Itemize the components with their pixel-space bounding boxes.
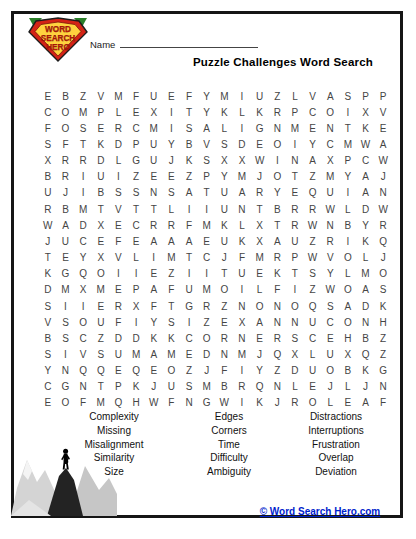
grid-cell: U	[92, 169, 110, 185]
grid-cell: L	[233, 104, 251, 120]
grid-cell: S	[286, 330, 304, 346]
grid-cell: I	[233, 282, 251, 298]
grid-cell: E	[92, 120, 110, 136]
grid-cell: Q	[357, 346, 375, 362]
grid-cell: I	[74, 185, 92, 201]
grid-cell: Q	[251, 379, 269, 395]
grid-cell: P	[374, 88, 392, 104]
grid-cell: A	[268, 233, 286, 249]
grid-cell: S	[39, 298, 57, 314]
grid-cell: N	[357, 314, 375, 330]
grid-cell: Z	[198, 314, 216, 330]
grid-cell: R	[57, 153, 75, 169]
grid-cell: C	[39, 379, 57, 395]
footer: © Word Search Hero.com	[250, 501, 390, 519]
grid-cell: K	[251, 395, 269, 411]
grid-cell: T	[92, 379, 110, 395]
grid-cell: X	[321, 153, 339, 169]
grid-cell: V	[304, 88, 322, 104]
grid-cell: Y	[145, 314, 163, 330]
grid-cell: J	[215, 249, 233, 265]
grid-cell: E	[286, 185, 304, 201]
grid-cell: P	[339, 153, 357, 169]
word-list-item: Difficulty	[180, 451, 278, 465]
grid-cell: T	[145, 201, 163, 217]
grid-cell: H	[127, 395, 145, 411]
grid-cell: S	[163, 314, 181, 330]
grid-cell: N	[321, 217, 339, 233]
grid-cell: M	[321, 169, 339, 185]
grid-cell: F	[374, 395, 392, 411]
grid-cell: E	[39, 88, 57, 104]
grid-cell: S	[215, 136, 233, 152]
grid-cell: X	[233, 153, 251, 169]
grid-cell: Z	[127, 169, 145, 185]
grid-cell: A	[163, 233, 181, 249]
word-list-item: Edges	[180, 410, 278, 424]
grid-cell: J	[163, 153, 181, 169]
grid-cell: N	[374, 185, 392, 201]
grid-cell: I	[339, 233, 357, 249]
grid-cell: Y	[74, 249, 92, 265]
grid-cell: F	[268, 282, 286, 298]
grid-cell: M	[92, 282, 110, 298]
grid-cell: C	[74, 330, 92, 346]
grid-cell: R	[215, 330, 233, 346]
grid-cell: Y	[198, 104, 216, 120]
grid-cell: S	[180, 379, 198, 395]
grid-cell: O	[286, 298, 304, 314]
grid-cell: F	[180, 88, 198, 104]
grid-cell: A	[357, 282, 375, 298]
grid-cell: R	[74, 153, 92, 169]
grid-cell: E	[215, 314, 233, 330]
grid-cell: U	[92, 314, 110, 330]
grid-cell: M	[92, 395, 110, 411]
grid-cell: L	[339, 379, 357, 395]
grid-cell: K	[215, 104, 233, 120]
grid-cell: Q	[304, 298, 322, 314]
grid-cell: L	[163, 201, 181, 217]
grid-cell: L	[286, 88, 304, 104]
grid-cell: T	[251, 201, 269, 217]
grid-cell: I	[198, 201, 216, 217]
logo-text-hero: HERO	[46, 43, 70, 52]
grid-cell: K	[268, 266, 286, 282]
grid-cell: G	[374, 363, 392, 379]
grid-cell: D	[39, 282, 57, 298]
grid-cell: K	[180, 153, 198, 169]
grid-cell: Y	[163, 136, 181, 152]
grid-cell: S	[180, 120, 198, 136]
grid-cell: A	[357, 395, 375, 411]
grid-cell: W	[374, 201, 392, 217]
grid-cell: O	[215, 282, 233, 298]
grid-cell: M	[198, 282, 216, 298]
grid-cell: X	[39, 153, 57, 169]
grid-cell: B	[57, 88, 75, 104]
grid-cell: K	[357, 233, 375, 249]
grid-cell: T	[127, 201, 145, 217]
grid-cell: M	[198, 379, 216, 395]
grid-cell: I	[163, 120, 181, 136]
grid-cell: Y	[39, 363, 57, 379]
grid-cell: L	[304, 346, 322, 362]
grid-cell: X	[127, 298, 145, 314]
grid-cell: F	[110, 233, 128, 249]
grid-cell: L	[110, 153, 128, 169]
grid-cell: C	[321, 136, 339, 152]
grid-cell: N	[180, 395, 198, 411]
grid-cell: E	[127, 233, 145, 249]
grid-cell: Q	[92, 363, 110, 379]
grid-cell: R	[233, 379, 251, 395]
grid-cell: L	[339, 266, 357, 282]
grid-cell: D	[127, 330, 145, 346]
grid-cell: D	[110, 136, 128, 152]
grid-cell: Q	[374, 233, 392, 249]
grid-cell: J	[374, 169, 392, 185]
grid-cell: E	[110, 217, 128, 233]
grid-cell: E	[163, 169, 181, 185]
grid-cell: M	[163, 346, 181, 362]
grid-cell: M	[251, 249, 269, 265]
grid-cell: F	[110, 314, 128, 330]
grid-cell: C	[127, 120, 145, 136]
grid-cell: K	[357, 120, 375, 136]
grid-cell: Y	[339, 169, 357, 185]
grid-cell: I	[180, 314, 198, 330]
grid-cell: C	[198, 249, 216, 265]
grid-cell: T	[39, 249, 57, 265]
grid-cell: U	[215, 201, 233, 217]
grid-cell: M	[233, 346, 251, 362]
grid-cell: Z	[304, 169, 322, 185]
grid-cell: O	[339, 314, 357, 330]
grid-cell: X	[215, 153, 233, 169]
grid-cell: V	[39, 314, 57, 330]
grid-cell: I	[127, 266, 145, 282]
grid-cell: T	[215, 266, 233, 282]
grid-cell: I	[233, 88, 251, 104]
grid-cell: G	[57, 266, 75, 282]
grid-cell: L	[286, 379, 304, 395]
grid-cell: V	[110, 249, 128, 265]
grid-cell: U	[304, 314, 322, 330]
grid-cell: U	[321, 185, 339, 201]
grid-cell: J	[251, 346, 269, 362]
grid-cell: A	[321, 88, 339, 104]
grid-cell: T	[163, 298, 181, 314]
grid-cell: I	[180, 266, 198, 282]
grid-cell: A	[145, 233, 163, 249]
grid-cell: Z	[180, 363, 198, 379]
word-list-item: Ambiguity	[180, 465, 278, 479]
grid-cell: H	[374, 314, 392, 330]
grid-cell: M	[357, 266, 375, 282]
grid-cell: R	[286, 395, 304, 411]
grid-cell: G	[180, 298, 198, 314]
grid-cell: F	[215, 363, 233, 379]
grid-cell: A	[357, 185, 375, 201]
grid-cell: Z	[215, 298, 233, 314]
grid-cell: B	[92, 185, 110, 201]
grid-cell: F	[233, 249, 251, 265]
grid-cell: R	[304, 201, 322, 217]
grid-cell: Z	[374, 330, 392, 346]
mountain-climber-image	[11, 438, 117, 518]
grid-cell: Z	[74, 88, 92, 104]
grid-cell: R	[39, 201, 57, 217]
grid-cell: O	[92, 266, 110, 282]
grid-cell: S	[92, 346, 110, 362]
grid-cell: W	[215, 395, 233, 411]
grid-cell: A	[145, 346, 163, 362]
grid-cell: E	[321, 330, 339, 346]
grid-cell: A	[180, 185, 198, 201]
grid-cell: V	[92, 88, 110, 104]
grid-cell: D	[198, 346, 216, 362]
grid-cell: E	[92, 233, 110, 249]
grid-cell: I	[163, 104, 181, 120]
grid-cell: W	[321, 282, 339, 298]
word-list-column-3: DistractionsInterruptionsFrustrationOver…	[278, 410, 394, 479]
grid-cell: B	[39, 169, 57, 185]
grid-cell: Y	[215, 169, 233, 185]
grid-cell: E	[374, 120, 392, 136]
grid-cell: Q	[110, 395, 128, 411]
grid-cell: E	[145, 266, 163, 282]
grid-cell: I	[198, 266, 216, 282]
grid-cell: B	[180, 136, 198, 152]
grid-cell: N	[215, 346, 233, 362]
grid-cell: K	[163, 330, 181, 346]
grid-cell: T	[74, 136, 92, 152]
grid-cell: N	[74, 379, 92, 395]
grid-cell: O	[374, 266, 392, 282]
grid-cell: T	[92, 201, 110, 217]
word-search-hero-logo: WORD SEARCH HERO	[27, 16, 89, 62]
grid-cell: V	[198, 136, 216, 152]
grid-cell: U	[251, 88, 269, 104]
grid-cell: W	[304, 249, 322, 265]
grid-cell: P	[286, 249, 304, 265]
grid-cell: S	[74, 120, 92, 136]
grid-cell: N	[268, 379, 286, 395]
grid-cell: E	[57, 249, 75, 265]
grid-cell: Q	[74, 266, 92, 282]
grid-cell: T	[339, 120, 357, 136]
grid-cell: I	[268, 153, 286, 169]
grid-cell: K	[145, 330, 163, 346]
grid-cell: I	[339, 104, 357, 120]
grid-cell: O	[339, 282, 357, 298]
grid-cell: C	[39, 104, 57, 120]
grid-cell: P	[198, 169, 216, 185]
grid-cell: I	[233, 120, 251, 136]
grid-cell: R	[374, 217, 392, 233]
grid-cell: O	[268, 169, 286, 185]
grid-cell: N	[286, 314, 304, 330]
grid-cell: G	[198, 395, 216, 411]
grid-cell: I	[233, 395, 251, 411]
grid-cell: L	[321, 395, 339, 411]
grid-cell: I	[339, 185, 357, 201]
grid-cell: S	[374, 282, 392, 298]
grid-cell: N	[145, 185, 163, 201]
grid-cell: Z	[180, 169, 198, 185]
grid-cell: L	[233, 217, 251, 233]
grid-cell: M	[127, 346, 145, 362]
grid-cell: I	[127, 314, 145, 330]
word-search-hero-link[interactable]: © Word Search Hero.com	[260, 506, 381, 517]
grid-cell: V	[321, 249, 339, 265]
grid-cell: B	[339, 217, 357, 233]
grid-cell: Z	[268, 88, 286, 104]
grid-cell: R	[286, 201, 304, 217]
grid-cell: W	[321, 201, 339, 217]
grid-cell: Z	[374, 346, 392, 362]
grid-cell: N	[233, 201, 251, 217]
grid-cell: I	[145, 249, 163, 265]
grid-cell: M	[74, 104, 92, 120]
grid-cell: H	[339, 330, 357, 346]
grid-cell: W	[304, 217, 322, 233]
grid-cell: Y	[304, 136, 322, 152]
grid-cell: S	[321, 298, 339, 314]
grid-cell: Y	[268, 185, 286, 201]
grid-cell: A	[198, 120, 216, 136]
grid-cell: M	[145, 120, 163, 136]
grid-cell: U	[57, 233, 75, 249]
grid-cell: N	[233, 330, 251, 346]
grid-cell: T	[286, 169, 304, 185]
grid-cell: C	[357, 153, 375, 169]
grid-cell: T	[286, 266, 304, 282]
grid-cell: D	[74, 217, 92, 233]
word-list-item: Distractions	[278, 410, 394, 424]
word-list-item: Deviation	[278, 465, 394, 479]
grid-cell: J	[268, 395, 286, 411]
grid-cell: Z	[304, 282, 322, 298]
grid-cell: Y	[321, 266, 339, 282]
grid-cell: A	[251, 314, 269, 330]
grid-cell: T	[180, 249, 198, 265]
grid-cell: R	[198, 298, 216, 314]
grid-cell: U	[145, 153, 163, 169]
grid-cell: L	[127, 249, 145, 265]
grid-cell: U	[39, 185, 57, 201]
grid-cell: A	[180, 233, 198, 249]
grid-cell: Y	[251, 363, 269, 379]
grid-cell: W	[374, 153, 392, 169]
grid-cell: S	[57, 330, 75, 346]
grid-cell: A	[339, 298, 357, 314]
grid-cell: D	[92, 153, 110, 169]
grid-cell: R	[268, 104, 286, 120]
grid-cell: U	[215, 185, 233, 201]
grid-cell: X	[92, 249, 110, 265]
grid-cell: R	[145, 217, 163, 233]
grid-cell: B	[339, 363, 357, 379]
grid-cell: O	[268, 136, 286, 152]
grid-cell: U	[145, 88, 163, 104]
grid-cell: R	[286, 217, 304, 233]
grid-cell: O	[251, 298, 269, 314]
grid-cell: F	[145, 298, 163, 314]
grid-cell: M	[286, 120, 304, 136]
grid-cell: A	[374, 136, 392, 152]
grid-cell: R	[110, 120, 128, 136]
grid-cell: F	[39, 120, 57, 136]
grid-cell: I	[233, 363, 251, 379]
grid-cell: P	[92, 104, 110, 120]
name-row: Name	[90, 38, 258, 50]
grid-cell: Z	[268, 363, 286, 379]
grid-cell: N	[286, 153, 304, 169]
grid-cell: C	[304, 330, 322, 346]
grid-cell: W	[39, 217, 57, 233]
climber-silhouette	[61, 449, 70, 470]
grid-cell: V	[74, 346, 92, 362]
grid-cell: E	[251, 266, 269, 282]
grid-cell: G	[251, 120, 269, 136]
word-list-item: Time	[180, 438, 278, 452]
page-title: Puzzle Challenges Word Search	[174, 56, 392, 68]
grid-cell: U	[163, 379, 181, 395]
grid-cell: C	[304, 104, 322, 120]
grid-cell: C	[180, 330, 198, 346]
word-list-item: Interruptions	[278, 424, 394, 438]
grid-cell: K	[251, 104, 269, 120]
grid-cell: U	[215, 233, 233, 249]
grid-cell: R	[110, 298, 128, 314]
grid-cell: E	[163, 88, 181, 104]
grid-cell: N	[321, 120, 339, 136]
grid-cell: X	[357, 104, 375, 120]
grid-cell: M	[74, 201, 92, 217]
grid-cell: Z	[163, 266, 181, 282]
grid-cell: F	[127, 88, 145, 104]
grid-cell: C	[74, 233, 92, 249]
grid-cell: B	[268, 201, 286, 217]
grid-cell: A	[233, 185, 251, 201]
grid-cell: A	[145, 282, 163, 298]
word-list-item: Overlap	[278, 451, 394, 465]
grid-cell: E	[304, 120, 322, 136]
grid-cell: X	[74, 282, 92, 298]
grid-cell: I	[180, 201, 198, 217]
grid-cell: V	[110, 201, 128, 217]
grid-cell: J	[39, 233, 57, 249]
logo-text-search: SEARCH	[41, 34, 76, 43]
grid-cell: X	[92, 217, 110, 233]
grid-cell: B	[357, 330, 375, 346]
grid-cell: E	[127, 104, 145, 120]
grid-cell: L	[110, 104, 128, 120]
grid-cell: X	[251, 217, 269, 233]
grid-cell: L	[357, 249, 375, 265]
grid-cell: Y	[357, 217, 375, 233]
grid-cell: R	[251, 185, 269, 201]
grid-cell: J	[321, 379, 339, 395]
grid-cell: S	[304, 266, 322, 282]
grid-cell: F	[180, 217, 198, 233]
grid-cell: E	[339, 395, 357, 411]
grid-cell: J	[145, 379, 163, 395]
grid-cell: O	[57, 120, 75, 136]
grid-cell: I	[57, 346, 75, 362]
